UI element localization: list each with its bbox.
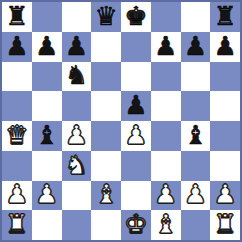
square-c4[interactable]: ♟ [62, 121, 92, 151]
square-d4[interactable] [91, 121, 121, 151]
square-c8[interactable] [62, 2, 92, 32]
square-b7[interactable]: ♟ [32, 32, 62, 62]
white-pawn-h2[interactable]: ♟ [213, 181, 236, 207]
square-h7[interactable]: ♟ [210, 32, 240, 62]
square-g6[interactable] [181, 62, 211, 92]
square-e4[interactable]: ♟ [121, 121, 151, 151]
black-pawn-c7[interactable]: ♟ [65, 33, 88, 59]
white-queen-a4[interactable]: ♛ [5, 122, 28, 148]
square-b4[interactable]: ♝ [32, 121, 62, 151]
black-queen-d8[interactable]: ♛ [94, 3, 117, 29]
square-b1[interactable] [32, 210, 62, 240]
square-b5[interactable] [32, 91, 62, 121]
square-d8[interactable]: ♛ [91, 2, 121, 32]
square-g5[interactable] [181, 91, 211, 121]
square-a6[interactable] [2, 62, 32, 92]
black-pawn-b7[interactable]: ♟ [35, 33, 58, 59]
square-a3[interactable] [2, 151, 32, 181]
white-pawn-c4[interactable]: ♟ [65, 122, 88, 148]
black-rook-a8[interactable]: ♜ [5, 3, 28, 29]
square-c6[interactable]: ♞ [62, 62, 92, 92]
square-c2[interactable] [62, 181, 92, 211]
square-h2[interactable]: ♟ [210, 181, 240, 211]
square-d7[interactable] [91, 32, 121, 62]
square-g1[interactable] [181, 210, 211, 240]
square-a8[interactable]: ♜ [2, 2, 32, 32]
square-g8[interactable] [181, 2, 211, 32]
square-e5[interactable]: ♟ [121, 91, 151, 121]
black-knight-c6[interactable]: ♞ [65, 62, 88, 88]
square-d1[interactable] [91, 210, 121, 240]
white-pawn-g2[interactable]: ♟ [184, 181, 207, 207]
white-rook-h1[interactable]: ♜ [213, 211, 236, 237]
white-pawn-b2[interactable]: ♟ [35, 181, 58, 207]
square-g3[interactable] [181, 151, 211, 181]
square-g2[interactable]: ♟ [181, 181, 211, 211]
square-b8[interactable] [32, 2, 62, 32]
black-pawn-f7[interactable]: ♟ [154, 33, 177, 59]
white-bishop-f1[interactable]: ♝ [154, 211, 177, 237]
black-pawn-g7[interactable]: ♟ [184, 33, 207, 59]
square-d6[interactable] [91, 62, 121, 92]
square-c3[interactable]: ♞ [62, 151, 92, 181]
square-f4[interactable] [151, 121, 181, 151]
black-pawn-e5[interactable]: ♟ [124, 92, 147, 118]
square-b2[interactable]: ♟ [32, 181, 62, 211]
square-a2[interactable]: ♟ [2, 181, 32, 211]
square-h5[interactable] [210, 91, 240, 121]
square-h4[interactable] [210, 121, 240, 151]
white-pawn-f2[interactable]: ♟ [154, 181, 177, 207]
black-rook-h8[interactable]: ♜ [213, 3, 236, 29]
chess-board: ♜♛♚♜♟♟♟♟♟♟♞♟♛♝♟♟♝♞♟♟♝♟♟♟♜♚♝♜ [2, 2, 240, 240]
white-king-e1[interactable]: ♚ [124, 211, 147, 237]
square-a4[interactable]: ♛ [2, 121, 32, 151]
square-e2[interactable] [121, 181, 151, 211]
square-f1[interactable]: ♝ [151, 210, 181, 240]
square-c5[interactable] [62, 91, 92, 121]
square-b3[interactable] [32, 151, 62, 181]
square-d3[interactable] [91, 151, 121, 181]
square-a7[interactable]: ♟ [2, 32, 32, 62]
square-c1[interactable] [62, 210, 92, 240]
square-a5[interactable] [2, 91, 32, 121]
square-d5[interactable] [91, 91, 121, 121]
square-e6[interactable] [121, 62, 151, 92]
square-c7[interactable]: ♟ [62, 32, 92, 62]
square-e1[interactable]: ♚ [121, 210, 151, 240]
white-rook-a1[interactable]: ♜ [5, 211, 28, 237]
white-knight-c3[interactable]: ♞ [65, 152, 88, 178]
square-h1[interactable]: ♜ [210, 210, 240, 240]
black-pawn-h7[interactable]: ♟ [213, 33, 236, 59]
square-f8[interactable] [151, 2, 181, 32]
square-a1[interactable]: ♜ [2, 210, 32, 240]
square-f5[interactable] [151, 91, 181, 121]
square-h6[interactable] [210, 62, 240, 92]
white-bishop-d2[interactable]: ♝ [94, 181, 117, 207]
square-f3[interactable] [151, 151, 181, 181]
square-g7[interactable]: ♟ [181, 32, 211, 62]
black-pawn-a7[interactable]: ♟ [5, 33, 28, 59]
square-f6[interactable] [151, 62, 181, 92]
black-king-e8[interactable]: ♚ [124, 3, 147, 29]
square-e3[interactable] [121, 151, 151, 181]
white-pawn-e4[interactable]: ♟ [124, 122, 147, 148]
square-h3[interactable] [210, 151, 240, 181]
square-e7[interactable] [121, 32, 151, 62]
square-f2[interactable]: ♟ [151, 181, 181, 211]
chess-board-frame: ♜♛♚♜♟♟♟♟♟♟♞♟♛♝♟♟♝♞♟♟♝♟♟♟♜♚♝♜ [0, 0, 242, 242]
square-d2[interactable]: ♝ [91, 181, 121, 211]
white-pawn-a2[interactable]: ♟ [5, 181, 28, 207]
square-f7[interactable]: ♟ [151, 32, 181, 62]
square-e8[interactable]: ♚ [121, 2, 151, 32]
square-g4[interactable]: ♝ [181, 121, 211, 151]
black-bishop-b4[interactable]: ♝ [35, 122, 58, 148]
square-h8[interactable]: ♜ [210, 2, 240, 32]
black-bishop-g4[interactable]: ♝ [184, 122, 207, 148]
square-b6[interactable] [32, 62, 62, 92]
